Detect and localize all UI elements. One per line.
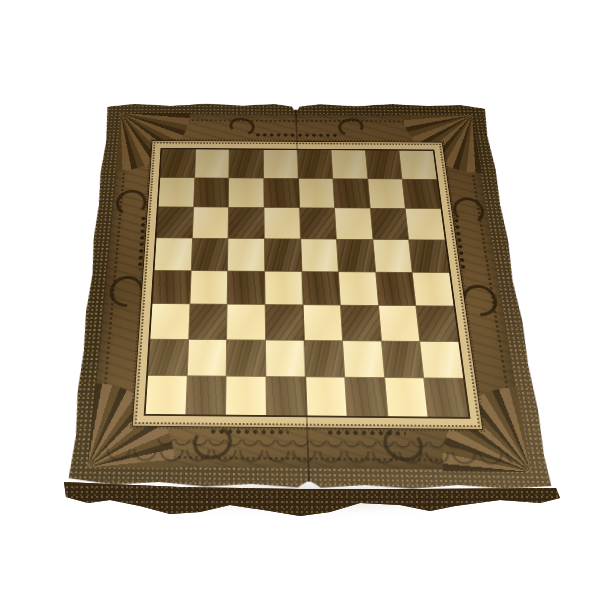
square-a2	[421, 342, 464, 379]
square-a3	[417, 306, 459, 341]
square-e6	[264, 208, 300, 238]
square-a6	[406, 209, 445, 240]
square-f8	[229, 150, 263, 178]
square-d6	[300, 208, 336, 238]
square-a1	[425, 379, 469, 417]
square-g5	[191, 238, 227, 270]
chess-board	[68, 102, 552, 490]
square-g2	[187, 340, 226, 376]
square-e2	[266, 340, 305, 376]
square-g8	[195, 149, 229, 177]
square-h7	[158, 178, 194, 207]
square-d3	[303, 305, 342, 340]
square-c6	[335, 208, 372, 239]
square-b5	[373, 240, 412, 272]
square-g3	[189, 304, 227, 339]
square-e1	[266, 377, 306, 415]
square-b1	[385, 378, 428, 416]
square-h5	[155, 238, 192, 270]
square-f4	[228, 271, 265, 304]
scroll-carving	[335, 116, 367, 139]
square-g1	[186, 377, 226, 415]
scroll-carving	[226, 115, 257, 138]
square-c8	[332, 150, 368, 178]
square-c3	[341, 306, 381, 341]
square-a8	[400, 151, 437, 179]
square-d7	[299, 179, 335, 208]
square-g6	[193, 208, 229, 238]
square-b7	[368, 179, 405, 208]
square-b4	[376, 272, 416, 305]
square-c1	[345, 378, 387, 416]
square-f1	[226, 377, 265, 415]
square-a5	[409, 240, 449, 272]
square-e7	[264, 178, 299, 207]
square-f6	[229, 208, 264, 238]
square-h4	[152, 270, 190, 303]
square-d2	[304, 341, 344, 377]
square-f7	[229, 178, 264, 207]
square-b6	[371, 209, 409, 240]
square-h3	[150, 304, 189, 339]
square-f5	[228, 239, 264, 271]
playing-area	[144, 148, 471, 419]
dot-chain-carving	[254, 132, 296, 138]
square-h2	[148, 339, 188, 375]
square-d5	[301, 239, 338, 271]
dot-chain-carving	[209, 427, 289, 436]
square-b3	[379, 306, 420, 341]
square-d4	[302, 272, 340, 305]
scroll-carving	[115, 188, 149, 218]
square-e3	[265, 305, 303, 340]
square-g4	[190, 271, 227, 304]
square-d8	[298, 150, 333, 178]
square-c4	[339, 272, 378, 305]
scene	[0, 0, 600, 600]
square-e8	[264, 150, 298, 178]
dot-chain-carving	[297, 132, 340, 138]
square-c7	[333, 179, 369, 208]
dot-chain-carving	[326, 428, 406, 437]
square-e5	[265, 239, 301, 271]
square-b8	[366, 150, 402, 178]
square-e4	[265, 271, 302, 304]
square-c5	[337, 239, 375, 271]
square-c2	[343, 341, 384, 377]
square-a7	[403, 179, 441, 208]
square-d1	[306, 378, 347, 416]
square-a4	[413, 272, 454, 305]
square-b2	[382, 341, 424, 378]
square-f3	[227, 305, 265, 340]
square-f2	[227, 340, 266, 376]
square-h8	[160, 149, 195, 177]
square-g7	[194, 178, 229, 207]
square-h1	[146, 376, 187, 414]
square-h6	[157, 207, 193, 237]
